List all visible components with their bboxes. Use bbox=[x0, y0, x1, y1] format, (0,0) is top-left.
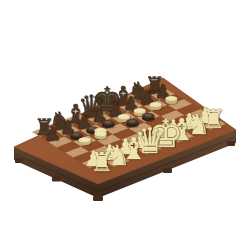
checker-light-disc-g6[interactable] bbox=[150, 102, 162, 110]
board-foot bbox=[163, 168, 172, 173]
chess-board: ♜♟♞♟♝♟♚♟♛♟♝♟♜♟♞♟♟♞♜♟♟♝♟♚♟♛♟♝♟♞♟♜ bbox=[0, 0, 250, 250]
piece-white-rook-a1[interactable]: ♜ bbox=[90, 147, 113, 177]
board-foot bbox=[93, 196, 103, 201]
piece-black-pawn-a7[interactable]: ♟ bbox=[44, 122, 61, 145]
board-foot bbox=[52, 177, 61, 182]
board-foot bbox=[227, 141, 235, 146]
white-rook-glyph: ♜ bbox=[90, 147, 113, 177]
checker-dark-disc-d6[interactable] bbox=[102, 120, 114, 128]
black-pawn-glyph: ♟ bbox=[44, 122, 61, 145]
board-foot bbox=[15, 158, 23, 163]
checker-light-disc-b5[interactable] bbox=[79, 137, 91, 145]
product-photo: ♜♟♞♟♝♟♚♟♛♟♝♟♜♟♞♟♟♞♜♟♟♝♟♚♟♛♟♝♟♞♟♜ bbox=[0, 0, 250, 250]
checker-light-disc-h6[interactable] bbox=[166, 96, 178, 104]
